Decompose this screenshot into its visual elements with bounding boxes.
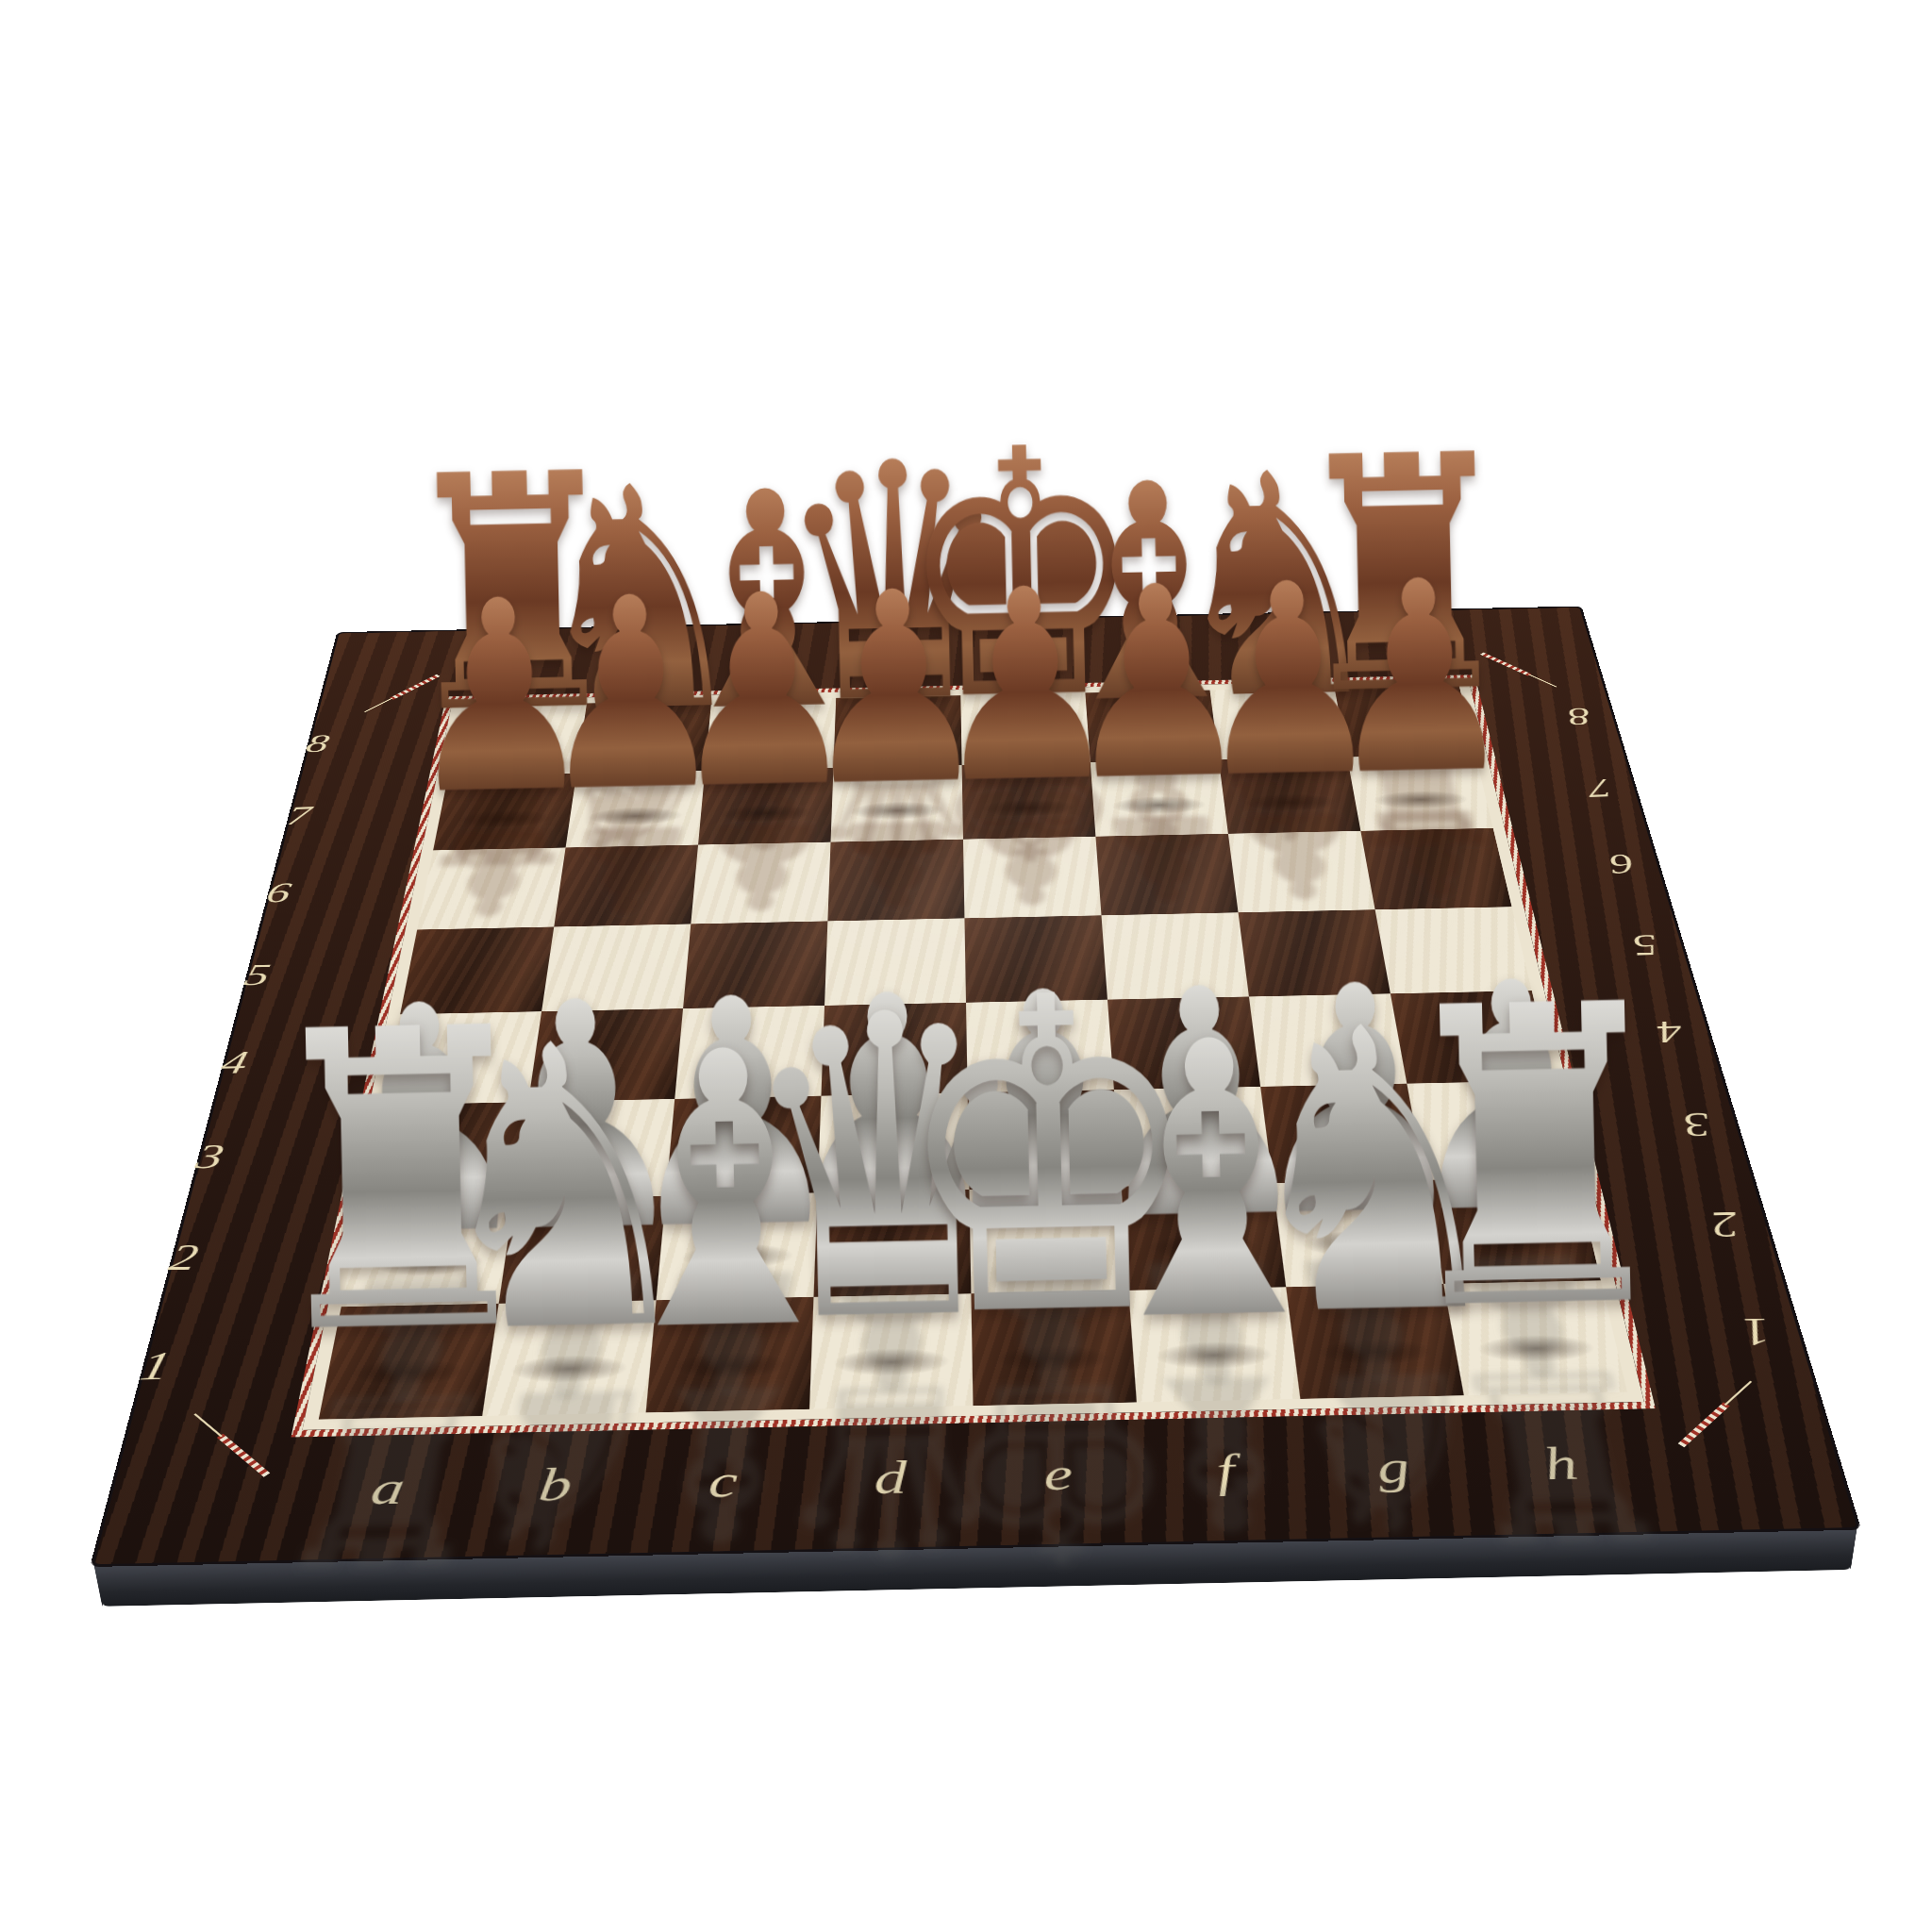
rank-label-right-7: 7 [1503, 751, 1645, 827]
playing-area: ♜♞♝♛♚♝♞♜♟♟♟♟♟♟♟♟♟♟♟♟♟♟♟♟♜♞♝♛♚♝♞♜♜♞♝♛♚♝♞♜… [291, 675, 1656, 1437]
piece-black-pawn-h7[interactable]: ♟ [1324, 545, 1518, 812]
corner-ornament-bottom-left [217, 1434, 271, 1477]
rank-label-right-8: 8 [1486, 682, 1623, 754]
perspective-scene: ♜♞♝♛♚♝♞♜♟♟♟♟♟♟♟♟♟♟♟♟♟♟♟♟♜♞♝♛♚♝♞♜♜♞♝♛♚♝♞♜… [0, 0, 1932, 1932]
corner-ornament-bottom-right [1678, 1402, 1730, 1447]
rank-label-right-6: 6 [1522, 825, 1669, 907]
rank-label-left-7: 7 [281, 776, 421, 854]
pieces-overlay: ♜♞♝♛♚♝♞♜♟♟♟♟♟♟♟♟♟♟♟♟♟♟♟♟♜♞♝♛♚♝♞♜♜♞♝♛♚♝♞♜… [319, 685, 1628, 1420]
rank-label-left-6: 6 [260, 851, 405, 933]
piece-white-rook-h1[interactable]: ♜ [1384, 951, 1687, 1368]
chess-board: ♜♞♝♛♚♝♞♜♟♟♟♟♟♟♟♟♟♟♟♟♟♟♟♟♜♞♝♛♚♝♞♜♜♞♝♛♚♝♞♜… [90, 607, 1861, 1567]
photo-background: { "game": "chess", "scene": "product pho… [0, 0, 1932, 1932]
